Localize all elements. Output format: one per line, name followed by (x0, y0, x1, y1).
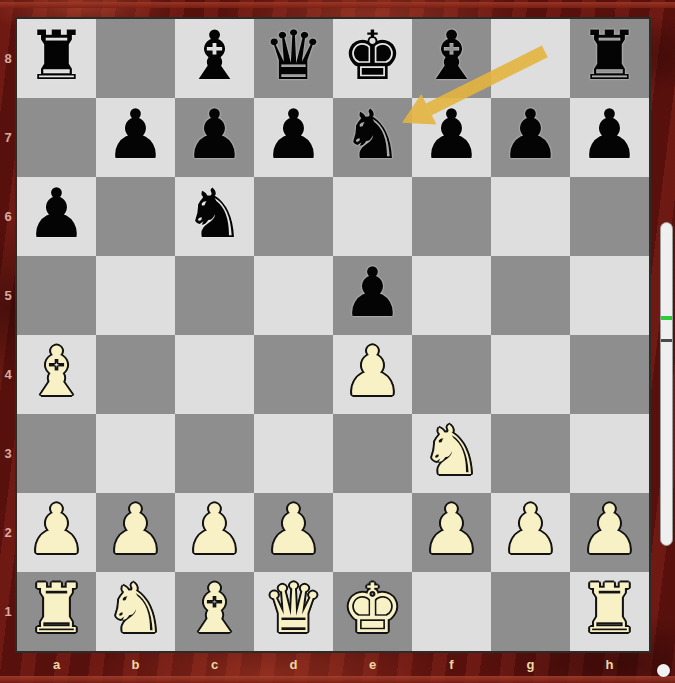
square-d4[interactable] (254, 335, 333, 414)
piece-white-pawn[interactable]: ♟ (421, 490, 482, 569)
square-a3[interactable] (17, 414, 96, 493)
square-d8[interactable]: ♛ (254, 19, 333, 98)
square-f8[interactable]: ♝ (412, 19, 491, 98)
piece-black-pawn[interactable]: ♟ (342, 253, 403, 332)
board: ♜♝♛♚♝♜♟♟♟♞♟♟♟♟♞♟♝♟♞♟♟♟♟♟♟♟♜♞♝♛♚♜ (17, 19, 649, 651)
rank-label-8: 8 (0, 19, 16, 98)
file-label-e: e (333, 651, 412, 679)
rank-label-6: 6 (0, 177, 16, 256)
piece-black-rook[interactable]: ♜ (579, 16, 640, 95)
square-a1[interactable]: ♜ (17, 572, 96, 651)
piece-white-pawn[interactable]: ♟ (26, 490, 87, 569)
rank-label-4: 4 (0, 335, 16, 414)
square-c4[interactable] (175, 335, 254, 414)
chess-board-window: { "game": "chess", "position": { "fen": … (0, 0, 675, 683)
square-a5[interactable] (17, 256, 96, 335)
square-b8[interactable] (96, 19, 175, 98)
square-c6[interactable]: ♞ (175, 177, 254, 256)
rank-label-7: 7 (0, 98, 16, 177)
piece-black-queen[interactable]: ♛ (263, 16, 324, 95)
square-f1[interactable] (412, 572, 491, 651)
piece-black-knight[interactable]: ♞ (184, 174, 245, 253)
square-f4[interactable] (412, 335, 491, 414)
square-d1[interactable]: ♛ (254, 572, 333, 651)
square-a2[interactable]: ♟ (17, 493, 96, 572)
square-b6[interactable] (96, 177, 175, 256)
square-d6[interactable] (254, 177, 333, 256)
piece-white-pawn[interactable]: ♟ (342, 332, 403, 411)
square-b5[interactable] (96, 256, 175, 335)
square-d7[interactable]: ♟ (254, 98, 333, 177)
square-b3[interactable] (96, 414, 175, 493)
eval-gray-marker (661, 339, 672, 342)
square-a7[interactable] (17, 98, 96, 177)
piece-white-knight[interactable]: ♞ (421, 411, 482, 490)
piece-black-king[interactable]: ♚ (342, 16, 403, 95)
square-g2[interactable]: ♟ (491, 493, 570, 572)
piece-white-rook[interactable]: ♜ (579, 569, 640, 648)
rank-label-3: 3 (0, 414, 16, 493)
file-label-a: a (17, 651, 96, 679)
square-g5[interactable] (491, 256, 570, 335)
square-f7[interactable]: ♟ (412, 98, 491, 177)
piece-white-pawn[interactable]: ♟ (105, 490, 166, 569)
piece-white-pawn[interactable]: ♟ (184, 490, 245, 569)
wood-frame-top-highlight (0, 2, 675, 8)
square-e7[interactable]: ♞ (333, 98, 412, 177)
piece-white-pawn[interactable]: ♟ (500, 490, 561, 569)
square-h8[interactable]: ♜ (570, 19, 649, 98)
square-g7[interactable]: ♟ (491, 98, 570, 177)
square-g1[interactable] (491, 572, 570, 651)
square-c1[interactable]: ♝ (175, 572, 254, 651)
square-h6[interactable] (570, 177, 649, 256)
square-a4[interactable]: ♝ (17, 335, 96, 414)
file-label-h: h (570, 651, 649, 679)
file-label-g: g (491, 651, 570, 679)
square-e8[interactable]: ♚ (333, 19, 412, 98)
file-label-f: f (412, 651, 491, 679)
eval-green-marker (661, 316, 672, 320)
square-e4[interactable]: ♟ (333, 335, 412, 414)
square-h4[interactable] (570, 335, 649, 414)
square-f3[interactable]: ♞ (412, 414, 491, 493)
square-c7[interactable]: ♟ (175, 98, 254, 177)
piece-black-pawn[interactable]: ♟ (579, 95, 640, 174)
square-e2[interactable] (333, 493, 412, 572)
square-h2[interactable]: ♟ (570, 493, 649, 572)
square-f2[interactable]: ♟ (412, 493, 491, 572)
piece-white-rook[interactable]: ♜ (26, 569, 87, 648)
piece-black-pawn[interactable]: ♟ (105, 95, 166, 174)
evaluation-bar (660, 222, 673, 546)
piece-white-knight[interactable]: ♞ (105, 569, 166, 648)
piece-white-queen[interactable]: ♛ (263, 569, 324, 648)
piece-white-pawn[interactable]: ♟ (263, 490, 324, 569)
square-b7[interactable]: ♟ (96, 98, 175, 177)
piece-white-bishop[interactable]: ♝ (184, 569, 245, 648)
square-b2[interactable]: ♟ (96, 493, 175, 572)
square-e3[interactable] (333, 414, 412, 493)
piece-black-bishop[interactable]: ♝ (184, 16, 245, 95)
square-f5[interactable] (412, 256, 491, 335)
square-g6[interactable] (491, 177, 570, 256)
piece-white-king[interactable]: ♚ (342, 569, 403, 648)
piece-black-rook[interactable]: ♜ (26, 16, 87, 95)
square-e5[interactable]: ♟ (333, 256, 412, 335)
piece-black-knight[interactable]: ♞ (342, 95, 403, 174)
square-d2[interactable]: ♟ (254, 493, 333, 572)
square-a8[interactable]: ♜ (17, 19, 96, 98)
piece-black-pawn[interactable]: ♟ (263, 95, 324, 174)
file-label-d: d (254, 651, 333, 679)
piece-black-bishop[interactable]: ♝ (421, 16, 482, 95)
piece-white-bishop[interactable]: ♝ (26, 332, 87, 411)
rank-label-5: 5 (0, 256, 16, 335)
square-f6[interactable] (412, 177, 491, 256)
piece-white-pawn[interactable]: ♟ (579, 490, 640, 569)
square-h3[interactable] (570, 414, 649, 493)
square-e6[interactable] (333, 177, 412, 256)
square-b4[interactable] (96, 335, 175, 414)
square-c3[interactable] (175, 414, 254, 493)
status-dot (657, 664, 670, 677)
piece-black-pawn[interactable]: ♟ (421, 95, 482, 174)
square-b1[interactable]: ♞ (96, 572, 175, 651)
square-a6[interactable]: ♟ (17, 177, 96, 256)
piece-black-pawn[interactable]: ♟ (184, 95, 245, 174)
square-c8[interactable]: ♝ (175, 19, 254, 98)
square-c5[interactable] (175, 256, 254, 335)
square-d3[interactable] (254, 414, 333, 493)
square-g8[interactable] (491, 19, 570, 98)
square-h5[interactable] (570, 256, 649, 335)
rank-label-2: 2 (0, 493, 16, 572)
square-g4[interactable] (491, 335, 570, 414)
square-g3[interactable] (491, 414, 570, 493)
square-h7[interactable]: ♟ (570, 98, 649, 177)
square-d5[interactable] (254, 256, 333, 335)
piece-black-pawn[interactable]: ♟ (26, 174, 87, 253)
square-c2[interactable]: ♟ (175, 493, 254, 572)
piece-black-pawn[interactable]: ♟ (500, 95, 561, 174)
file-label-b: b (96, 651, 175, 679)
file-label-c: c (175, 651, 254, 679)
rank-label-1: 1 (0, 572, 16, 651)
square-h1[interactable]: ♜ (570, 572, 649, 651)
square-e1[interactable]: ♚ (333, 572, 412, 651)
